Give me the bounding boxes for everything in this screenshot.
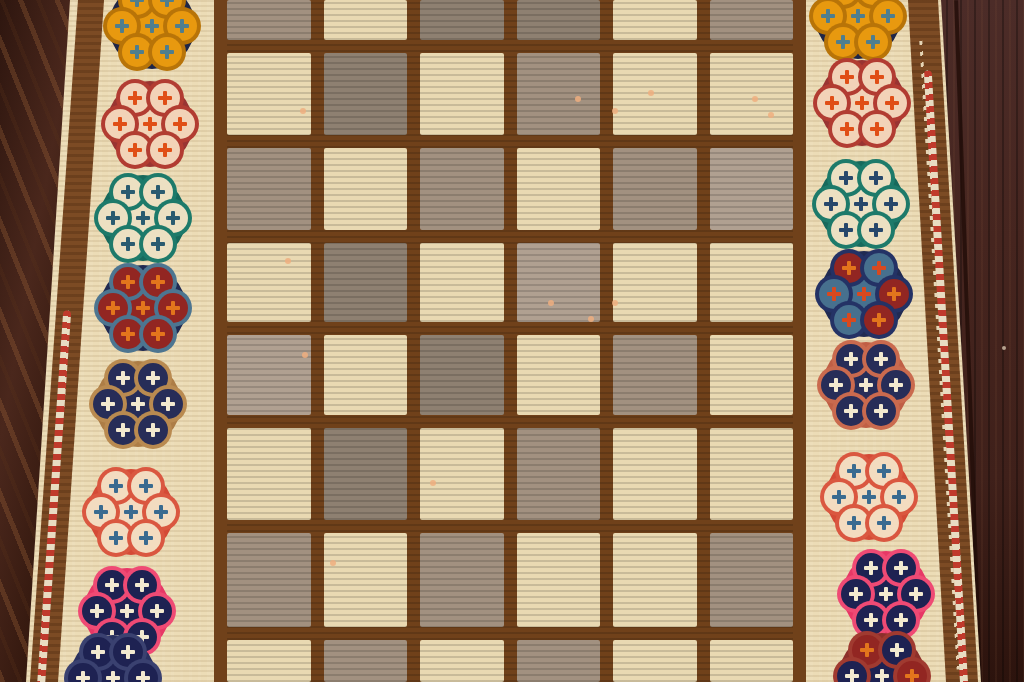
floret	[832, 62, 862, 92]
board-square-r1c5	[613, 0, 697, 40]
floret-cross-icon	[121, 327, 135, 341]
board-square-r3c5	[613, 148, 697, 230]
floret	[831, 215, 861, 245]
floret-cross-icon	[151, 237, 165, 251]
floret-cross-icon	[121, 185, 135, 199]
floret-cross-icon	[821, 9, 835, 23]
floret-cross-icon	[146, 423, 160, 437]
board-square-r3c4	[517, 148, 601, 230]
floret-cross-icon	[887, 287, 901, 301]
wool-fleck	[612, 108, 618, 114]
board-square-r6c2	[324, 428, 408, 520]
floret	[167, 11, 197, 41]
board-square-r4c6	[710, 243, 794, 322]
board-square-r7c4	[517, 533, 601, 627]
board-square-r3c2	[324, 148, 408, 230]
floret-cross-icon	[874, 404, 888, 418]
floret-cross-icon	[121, 645, 135, 659]
floret-cross-icon	[151, 185, 165, 199]
floret	[864, 305, 894, 335]
floret-cross-icon	[847, 516, 861, 530]
floret-cross-icon	[101, 397, 115, 411]
wool-fleck	[612, 300, 618, 306]
floret-cross-icon	[161, 397, 175, 411]
floret	[113, 319, 143, 349]
board-square-r1c2	[324, 0, 408, 40]
floret	[142, 596, 172, 626]
floret-cross-icon	[115, 19, 129, 33]
board-square-r8c6	[710, 640, 794, 682]
floret-cross-icon	[825, 96, 839, 110]
floret	[143, 229, 173, 259]
floret-cross-icon	[145, 19, 159, 33]
floret	[146, 497, 176, 527]
board-square-r1c3	[420, 0, 504, 40]
floret	[113, 177, 143, 207]
flower-medallion-left-1-orange-navy	[105, 0, 199, 73]
board-square-r5c3	[420, 335, 504, 415]
floret-cross-icon	[120, 604, 134, 618]
flower-medallion-right-4-blue-red-mix	[817, 247, 911, 341]
floret-cross-icon	[869, 223, 883, 237]
flower-medallion-left-8-navy-partial	[66, 631, 160, 682]
floret-cross-icon	[143, 117, 157, 131]
floret-cross-icon	[175, 19, 189, 33]
board-square-r3c3	[420, 148, 504, 230]
floret-cross-icon	[909, 587, 923, 601]
floret-cross-icon	[136, 301, 150, 315]
floret-cross-icon	[879, 587, 893, 601]
floret-cross-icon	[875, 669, 889, 682]
floret-cross-icon	[832, 490, 846, 504]
floret-cross-icon	[844, 404, 858, 418]
floret-cross-icon	[877, 516, 891, 530]
floret-cross-icon	[870, 122, 884, 136]
board-square-r5c2	[324, 335, 408, 415]
floret-cross-icon	[160, 45, 174, 59]
floret-cross-icon	[851, 9, 865, 23]
flower-medallion-left-2-coral-cream	[103, 77, 197, 171]
wool-fleck	[302, 352, 308, 358]
floret-cross-icon	[881, 9, 895, 23]
checkerboard-field	[214, 0, 806, 682]
floret-cross-icon	[877, 464, 891, 478]
floret-cross-icon	[166, 301, 180, 315]
floret-cross-icon	[866, 35, 880, 49]
floret	[158, 293, 188, 323]
floret-cross-icon	[889, 378, 903, 392]
floret	[901, 579, 931, 609]
floret	[834, 253, 864, 283]
floret-cross-icon	[90, 604, 104, 618]
floret-cross-icon	[121, 275, 135, 289]
floret-cross-icon	[124, 505, 138, 519]
flower-medallion-right-1-orange-navy	[811, 0, 905, 63]
board-square-r6c6	[710, 428, 794, 520]
board-square-r8c4	[517, 640, 601, 682]
floret-cross-icon	[836, 35, 850, 49]
floret-cross-icon	[859, 378, 873, 392]
floret-cross-icon	[845, 669, 859, 682]
wool-fleck	[575, 96, 581, 102]
floret-cross-icon	[872, 313, 886, 327]
board-square-r1c1	[227, 0, 311, 40]
board-square-r6c4	[517, 428, 601, 520]
floret-cross-icon	[892, 490, 906, 504]
floret-cross-icon	[173, 117, 187, 131]
board-square-r7c5	[613, 533, 697, 627]
board-square-r6c3	[420, 428, 504, 520]
rug-photo-scene	[0, 0, 1024, 682]
board-square-r4c4	[517, 243, 601, 322]
floret-cross-icon	[166, 211, 180, 225]
floret	[836, 396, 866, 426]
flower-medallion-right-6-cream-coral	[822, 450, 916, 544]
floret-cross-icon	[106, 301, 120, 315]
floret	[108, 363, 138, 393]
board-square-r6c1	[227, 428, 311, 520]
floret-cross-icon	[862, 490, 876, 504]
floret-cross-icon	[151, 327, 165, 341]
floret-cross-icon	[109, 479, 123, 493]
floret-cross-icon	[905, 669, 919, 682]
floret-cross-icon	[860, 643, 874, 657]
floret	[120, 135, 150, 165]
board-square-r5c4	[517, 335, 601, 415]
floret-cross-icon	[91, 645, 105, 659]
board-square-r8c1	[227, 640, 311, 682]
floret-cross-icon	[160, 0, 174, 7]
board-square-r7c3	[420, 533, 504, 627]
board-square-r2c1	[227, 53, 311, 135]
floret-cross-icon	[131, 397, 145, 411]
board-square-r7c6	[710, 533, 794, 627]
floret	[839, 456, 869, 486]
floret-cross-icon	[870, 70, 884, 84]
board-square-r3c1	[227, 148, 311, 230]
floret-cross-icon	[135, 578, 149, 592]
floret	[143, 319, 173, 349]
floret	[881, 370, 911, 400]
floret	[866, 396, 896, 426]
flower-medallion-left-4-steel-blue-red	[96, 261, 190, 355]
floret-cross-icon	[842, 261, 856, 275]
floret-cross-icon	[855, 96, 869, 110]
flower-medallion-left-5-navy-tan	[91, 357, 185, 451]
floret	[876, 189, 906, 219]
wool-fleck	[768, 112, 774, 118]
floret-cross-icon	[136, 671, 150, 682]
floret	[873, 1, 903, 31]
floret-cross-icon	[894, 613, 908, 627]
floret	[113, 229, 143, 259]
wool-fleck	[588, 316, 594, 322]
wool-fleck	[330, 560, 336, 566]
floret-cross-icon	[842, 313, 856, 327]
floret	[832, 114, 862, 144]
floret-cross-icon	[847, 464, 861, 478]
board-square-r8c3	[420, 640, 504, 682]
floret	[122, 37, 152, 67]
floret-cross-icon	[827, 287, 841, 301]
board-square-r2c5	[613, 53, 697, 135]
floret-cross-icon	[116, 423, 130, 437]
floret-cross-icon	[824, 197, 838, 211]
floret-cross-icon	[139, 479, 153, 493]
floret-cross-icon	[128, 91, 142, 105]
floret	[884, 482, 914, 512]
board-square-r8c2	[324, 640, 408, 682]
board-square-r4c1	[227, 243, 311, 322]
wool-fleck	[430, 480, 436, 486]
board-square-r7c1	[227, 533, 311, 627]
floret	[831, 163, 861, 193]
floret-cross-icon	[94, 505, 108, 519]
floret-cross-icon	[884, 197, 898, 211]
wool-fleck	[285, 258, 291, 264]
floret-cross-icon	[139, 531, 153, 545]
board-square-r4c2	[324, 243, 408, 322]
floret	[839, 508, 869, 538]
floret	[150, 135, 180, 165]
floret-cross-icon	[146, 371, 160, 385]
floret-cross-icon	[121, 237, 135, 251]
flower-medallion-right-2-coral-cream	[815, 56, 909, 150]
floret	[158, 203, 188, 233]
floret	[138, 415, 168, 445]
floret-cross-icon	[854, 197, 868, 211]
floret	[834, 305, 864, 335]
wool-fleck	[300, 108, 306, 114]
floret-cross-icon	[869, 171, 883, 185]
floret	[165, 109, 195, 139]
board-square-r2c3	[420, 53, 504, 135]
floret-cross-icon	[130, 45, 144, 59]
floret-cross-icon	[864, 561, 878, 575]
floret-cross-icon	[857, 287, 871, 301]
floret-cross-icon	[844, 352, 858, 366]
floret-cross-icon	[106, 211, 120, 225]
board-square-r5c1	[227, 335, 311, 415]
floret	[869, 508, 899, 538]
floret-cross-icon	[874, 352, 888, 366]
floret-cross-icon	[76, 671, 90, 682]
floret	[879, 279, 909, 309]
floret-cross-icon	[864, 613, 878, 627]
board-square-r8c5	[613, 640, 697, 682]
floret-cross-icon	[151, 275, 165, 289]
floret	[108, 415, 138, 445]
board-square-r1c4	[517, 0, 601, 40]
wool-fleck	[1002, 346, 1006, 350]
floret-cross-icon	[105, 578, 119, 592]
floret-cross-icon	[839, 223, 853, 237]
board-square-r2c2	[324, 53, 408, 135]
floret-cross-icon	[885, 96, 899, 110]
board-square-r6c5	[613, 428, 697, 520]
floret	[877, 88, 907, 118]
floret	[836, 344, 866, 374]
floret-cross-icon	[113, 117, 127, 131]
floret-cross-icon	[894, 561, 908, 575]
board-square-r7c2	[324, 533, 408, 627]
floret-cross-icon	[150, 604, 164, 618]
flower-medallion-right-3-teal-cream	[814, 157, 908, 251]
board-square-r5c6	[710, 335, 794, 415]
floret	[97, 570, 127, 600]
flower-medallion-right-8-red-navy-partial	[835, 629, 929, 682]
floret	[861, 215, 891, 245]
floret-cross-icon	[130, 0, 144, 7]
board-square-r2c4	[517, 53, 601, 135]
board-square-r3c6	[710, 148, 794, 230]
floret-cross-icon	[158, 91, 172, 105]
wool-fleck	[648, 90, 654, 96]
floret	[856, 553, 886, 583]
flower-medallion-right-7-navy-pink	[839, 547, 933, 641]
board-square-r4c5	[613, 243, 697, 322]
floret-cross-icon	[109, 531, 123, 545]
floret-cross-icon	[840, 122, 854, 136]
floret	[83, 637, 113, 667]
board-square-r2c6	[710, 53, 794, 135]
flower-medallion-left-3-teal-cream	[96, 171, 190, 265]
flower-medallion-right-5-navy-coral	[819, 338, 913, 432]
board-square-r4c3	[420, 243, 504, 322]
board-square-r5c5	[613, 335, 697, 415]
floret-cross-icon	[872, 261, 886, 275]
floret	[101, 523, 131, 553]
floret	[101, 471, 131, 501]
floret-cross-icon	[890, 643, 904, 657]
floret-cross-icon	[106, 671, 120, 682]
wool-fleck	[752, 96, 758, 102]
floret	[828, 27, 858, 57]
floret-cross-icon	[849, 587, 863, 601]
floret	[113, 267, 143, 297]
floret	[153, 389, 183, 419]
flower-medallion-left-6-cream-coral	[84, 465, 178, 559]
floret-cross-icon	[840, 70, 854, 84]
floret-cross-icon	[158, 143, 172, 157]
floret	[152, 37, 182, 67]
floret-cross-icon	[128, 143, 142, 157]
board-grid	[227, 0, 793, 682]
floret	[120, 83, 150, 113]
floret-cross-icon	[154, 505, 168, 519]
floret-cross-icon	[136, 211, 150, 225]
board-square-r1c6	[710, 0, 794, 40]
floret	[862, 114, 892, 144]
wool-fleck	[548, 300, 554, 306]
floret-cross-icon	[829, 378, 843, 392]
floret	[131, 523, 161, 553]
floret	[858, 27, 888, 57]
floret-cross-icon	[839, 171, 853, 185]
floret-cross-icon	[116, 371, 130, 385]
floret	[852, 635, 882, 665]
